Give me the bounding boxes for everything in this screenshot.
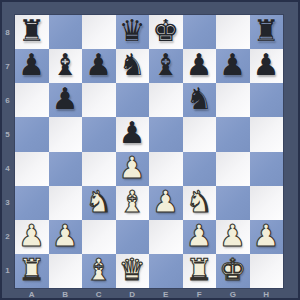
file-label-b: B: [49, 288, 83, 300]
square-h8[interactable]: ♜: [250, 15, 284, 49]
square-c1[interactable]: ♝: [82, 254, 116, 288]
black-king-e8: ♚: [152, 16, 179, 46]
square-b1[interactable]: [49, 254, 83, 288]
square-d2[interactable]: [116, 220, 150, 254]
rank-label-5: 5: [0, 117, 15, 151]
rank-label-2: 2: [0, 220, 15, 254]
file-label-f: F: [183, 288, 217, 300]
square-h3[interactable]: [250, 186, 284, 220]
file-label-a: A: [15, 288, 49, 300]
file-label-e: E: [149, 288, 183, 300]
square-d5[interactable]: ♟: [116, 117, 150, 151]
square-g8[interactable]: [216, 15, 250, 49]
white-bishop-c1: ♝: [85, 255, 112, 285]
square-d4[interactable]: ♟: [116, 152, 150, 186]
white-knight-c3: ♞: [85, 187, 112, 217]
square-f2[interactable]: ♟: [183, 220, 217, 254]
rank-labels: 87654321: [0, 15, 15, 288]
rank-label-1: 1: [0, 254, 15, 288]
square-g4[interactable]: [216, 152, 250, 186]
black-pawn-a7: ♟: [18, 50, 45, 80]
square-c3[interactable]: ♞: [82, 186, 116, 220]
square-c5[interactable]: [82, 117, 116, 151]
black-bishop-b7: ♝: [52, 50, 79, 80]
black-pawn-b6: ♟: [52, 84, 79, 114]
square-h6[interactable]: [250, 83, 284, 117]
square-b6[interactable]: ♟: [49, 83, 83, 117]
square-b7[interactable]: ♝: [49, 49, 83, 83]
file-label-g: G: [216, 288, 250, 300]
square-h4[interactable]: [250, 152, 284, 186]
black-knight-d7: ♞: [119, 50, 146, 80]
white-king-g1: ♚: [219, 255, 246, 285]
rank-label-7: 7: [0, 49, 15, 83]
rank-label-3: 3: [0, 186, 15, 220]
square-b8[interactable]: [49, 15, 83, 49]
square-b5[interactable]: [49, 117, 83, 151]
black-pawn-c7: ♟: [85, 50, 112, 80]
square-f3[interactable]: ♞: [183, 186, 217, 220]
square-e6[interactable]: [149, 83, 183, 117]
square-b4[interactable]: [49, 152, 83, 186]
square-d6[interactable]: [116, 83, 150, 117]
square-h5[interactable]: [250, 117, 284, 151]
square-a3[interactable]: [15, 186, 49, 220]
white-pawn-g2: ♟: [219, 221, 246, 251]
white-bishop-d3: ♝: [119, 187, 146, 217]
black-pawn-d5: ♟: [119, 118, 146, 148]
square-f7[interactable]: ♟: [183, 49, 217, 83]
square-h7[interactable]: ♟: [250, 49, 284, 83]
square-f1[interactable]: ♜: [183, 254, 217, 288]
white-knight-f3: ♞: [186, 187, 213, 217]
black-bishop-e7: ♝: [152, 50, 179, 80]
square-a1[interactable]: ♜: [15, 254, 49, 288]
square-g7[interactable]: ♟: [216, 49, 250, 83]
square-f6[interactable]: ♞: [183, 83, 217, 117]
black-pawn-g7: ♟: [219, 50, 246, 80]
square-a6[interactable]: [15, 83, 49, 117]
square-f4[interactable]: [183, 152, 217, 186]
square-g3[interactable]: [216, 186, 250, 220]
square-g5[interactable]: [216, 117, 250, 151]
square-f5[interactable]: [183, 117, 217, 151]
chess-board-frame: 87654321 ♜♛♚♜♟♝♟♞♝♟♟♟♟♞♟♟♞♝♟♞♟♟♟♟♟♜♝♛♜♚ …: [0, 0, 300, 300]
white-pawn-b2: ♟: [52, 221, 79, 251]
white-pawn-h2: ♟: [253, 221, 280, 251]
square-e7[interactable]: ♝: [149, 49, 183, 83]
square-g6[interactable]: [216, 83, 250, 117]
square-c4[interactable]: [82, 152, 116, 186]
file-label-h: H: [250, 288, 284, 300]
square-a5[interactable]: [15, 117, 49, 151]
white-queen-d1: ♛: [119, 255, 146, 285]
square-d1[interactable]: ♛: [116, 254, 150, 288]
square-c6[interactable]: [82, 83, 116, 117]
white-rook-f1: ♜: [186, 255, 213, 285]
chess-board: ♜♛♚♜♟♝♟♞♝♟♟♟♟♞♟♟♞♝♟♞♟♟♟♟♟♜♝♛♜♚: [15, 15, 283, 288]
black-pawn-h7: ♟: [253, 50, 280, 80]
file-label-c: C: [82, 288, 116, 300]
file-label-d: D: [116, 288, 150, 300]
rank-label-8: 8: [0, 15, 15, 49]
square-c7[interactable]: ♟: [82, 49, 116, 83]
square-e2[interactable]: [149, 220, 183, 254]
white-pawn-d4: ♟: [119, 153, 146, 183]
square-g2[interactable]: ♟: [216, 220, 250, 254]
white-pawn-a2: ♟: [18, 221, 45, 251]
square-a2[interactable]: ♟: [15, 220, 49, 254]
square-b2[interactable]: ♟: [49, 220, 83, 254]
square-h1[interactable]: [250, 254, 284, 288]
square-d3[interactable]: ♝: [116, 186, 150, 220]
square-g1[interactable]: ♚: [216, 254, 250, 288]
square-e3[interactable]: ♟: [149, 186, 183, 220]
black-rook-h8: ♜: [253, 16, 280, 46]
rank-label-6: 6: [0, 83, 15, 117]
file-labels: ABCDEFGH: [15, 288, 283, 300]
square-e1[interactable]: [149, 254, 183, 288]
square-f8[interactable]: [183, 15, 217, 49]
black-pawn-f7: ♟: [186, 50, 213, 80]
white-pawn-e3: ♟: [152, 187, 179, 217]
square-c8[interactable]: [82, 15, 116, 49]
square-b3[interactable]: [49, 186, 83, 220]
square-a7[interactable]: ♟: [15, 49, 49, 83]
rank-label-4: 4: [0, 152, 15, 186]
square-e4[interactable]: [149, 152, 183, 186]
square-d7[interactable]: ♞: [116, 49, 150, 83]
square-d8[interactable]: ♛: [116, 15, 150, 49]
black-knight-f6: ♞: [186, 84, 213, 114]
square-e8[interactable]: ♚: [149, 15, 183, 49]
white-pawn-f2: ♟: [186, 221, 213, 251]
square-h2[interactable]: ♟: [250, 220, 284, 254]
square-a8[interactable]: ♜: [15, 15, 49, 49]
square-e5[interactable]: [149, 117, 183, 151]
white-rook-a1: ♜: [18, 255, 45, 285]
black-rook-a8: ♜: [18, 16, 45, 46]
black-queen-d8: ♛: [119, 16, 146, 46]
square-a4[interactable]: [15, 152, 49, 186]
square-c2[interactable]: [82, 220, 116, 254]
